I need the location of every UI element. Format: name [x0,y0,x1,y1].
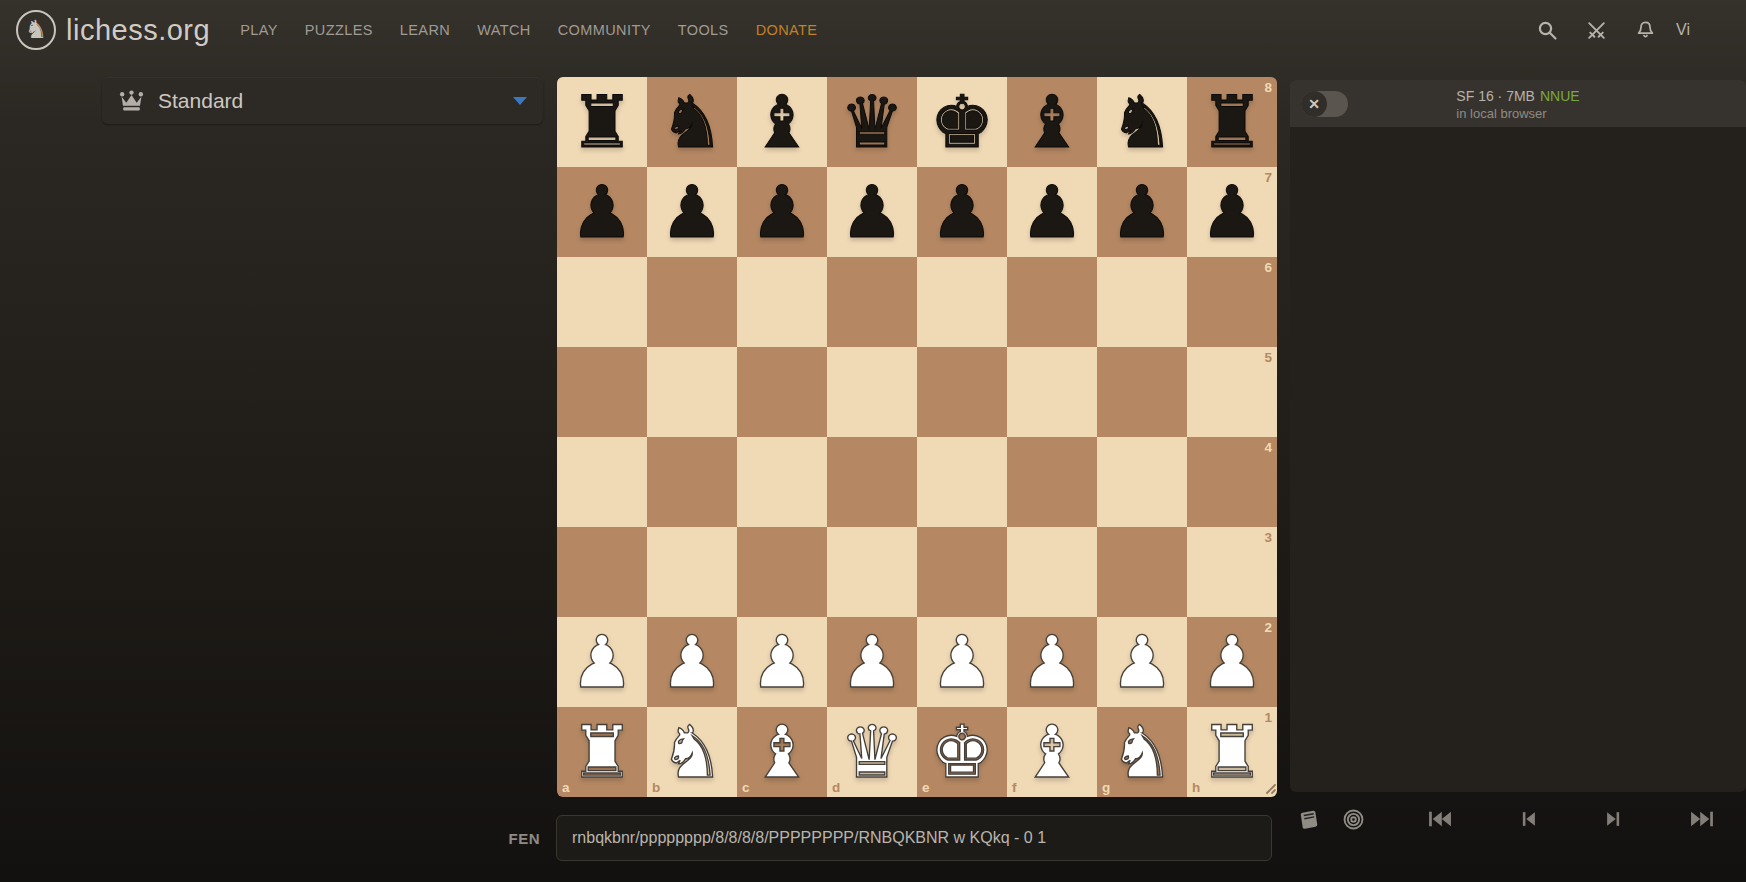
first-move-button[interactable] [1419,805,1461,833]
file-coordinate-f: f [1012,781,1017,795]
square-e7[interactable]: ♟ [917,167,1007,257]
white-pawn[interactable]: ♟ [570,626,635,698]
file-coordinate-e: e [922,781,930,795]
rank-coordinate-2: 2 [1264,621,1272,635]
white-bishop[interactable]: ♝ [750,716,815,788]
black-pawn[interactable]: ♟ [1200,176,1265,248]
white-knight[interactable]: ♞ [660,716,725,788]
black-king[interactable]: ♚ [930,86,995,158]
engine-bar: ✕ SF 16 · 7MBNNUE in local browser [1290,80,1746,127]
file-coordinate-g: g [1102,781,1110,795]
board-resize-handle[interactable] [1261,779,1277,795]
chess-board: ♜♞♝♛♚♝♞♜8♟♟♟♟♟♟♟♟76543♟♟♟♟♟♟♟♟2♜a♞b♝c♛d♚… [557,77,1277,797]
white-pawn[interactable]: ♟ [1020,626,1085,698]
square-c1[interactable]: ♝c [737,707,827,797]
square-c8[interactable]: ♝ [737,77,827,167]
move-jump-buttons [1396,805,1746,833]
black-pawn[interactable]: ♟ [1020,176,1085,248]
black-rook[interactable]: ♜ [1200,86,1265,158]
white-queen[interactable]: ♛ [840,716,905,788]
square-d6[interactable] [827,257,917,347]
square-h6[interactable]: 6 [1187,257,1277,347]
square-a4[interactable] [557,437,647,527]
black-pawn[interactable]: ♟ [930,176,995,248]
square-a5[interactable] [557,347,647,437]
square-h3[interactable]: 3 [1187,527,1277,617]
previous-move-icon [1516,809,1540,829]
first-move-icon [1427,809,1453,829]
square-g6[interactable] [1097,257,1187,347]
move-list [1290,127,1746,792]
black-pawn[interactable]: ♟ [1110,176,1175,248]
square-g5[interactable] [1097,347,1187,437]
analysis-controls [1290,800,1746,838]
square-a2[interactable]: ♟ [557,617,647,707]
rank-coordinate-7: 7 [1264,171,1272,185]
square-g3[interactable] [1097,527,1187,617]
file-coordinate-h: h [1192,781,1200,795]
black-bishop[interactable]: ♝ [1020,86,1085,158]
black-bishop[interactable]: ♝ [750,86,815,158]
square-c6[interactable] [737,257,827,347]
fen-bar: FEN [480,815,1272,861]
square-f6[interactable] [1007,257,1097,347]
square-b8[interactable]: ♞ [647,77,737,167]
rank-coordinate-8: 8 [1264,81,1272,95]
crown-icon [118,89,145,112]
engine-location: in local browser [1456,105,1579,120]
engine-toggle[interactable]: ✕ [1301,91,1348,117]
top-nav: ♞ lichess.org PLAY PUZZLES LEARN WATCH C… [0,0,1746,60]
square-f7[interactable]: ♟ [1007,167,1097,257]
nav-play[interactable]: PLAY [240,22,278,38]
square-g7[interactable]: ♟ [1097,167,1187,257]
white-pawn[interactable]: ♟ [1110,626,1175,698]
square-a1[interactable]: ♜a [557,707,647,797]
rank-coordinate-3: 3 [1264,531,1272,545]
white-pawn[interactable]: ♟ [930,626,995,698]
engine-info: SF 16 · 7MBNNUE in local browser [1456,87,1579,120]
black-rook[interactable]: ♜ [570,86,635,158]
square-e2[interactable]: ♟ [917,617,1007,707]
square-c5[interactable] [737,347,827,437]
white-rook[interactable]: ♜ [570,716,635,788]
square-d8[interactable]: ♛ [827,77,917,167]
square-f5[interactable] [1007,347,1097,437]
nav-community[interactable]: COMMUNITY [558,22,651,38]
last-move-button[interactable] [1681,805,1723,833]
previous-move-button[interactable] [1508,805,1548,833]
file-coordinate-b: b [652,781,660,795]
square-g2[interactable]: ♟ [1097,617,1187,707]
username[interactable]: Vi [1676,21,1746,39]
square-d4[interactable] [827,437,917,527]
square-d3[interactable] [827,527,917,617]
bell-icon[interactable] [1634,19,1657,42]
top-icons [1536,19,1657,42]
square-f3[interactable] [1007,527,1097,617]
square-g4[interactable] [1097,437,1187,527]
nav-puzzles[interactable]: PUZZLES [305,22,373,38]
square-b6[interactable] [647,257,737,347]
nav-donate[interactable]: DONATE [756,22,818,38]
rank-coordinate-4: 4 [1264,441,1272,455]
square-e8[interactable]: ♚ [917,77,1007,167]
square-f2[interactable]: ♟ [1007,617,1097,707]
square-d5[interactable] [827,347,917,437]
square-b4[interactable] [647,437,737,527]
file-coordinate-c: c [742,781,750,795]
square-c3[interactable] [737,527,827,617]
square-f1[interactable]: ♝f [1007,707,1097,797]
square-e5[interactable] [917,347,1007,437]
chevron-down-icon [513,97,527,105]
white-pawn[interactable]: ♟ [660,626,725,698]
nav-learn[interactable]: LEARN [400,22,450,38]
square-c4[interactable] [737,437,827,527]
nav-watch[interactable]: WATCH [477,22,531,38]
fen-input[interactable] [556,815,1272,861]
knight-logo-icon: ♞ [16,10,56,50]
black-pawn[interactable]: ♟ [660,176,725,248]
square-b3[interactable] [647,527,737,617]
square-g8[interactable]: ♞ [1097,77,1187,167]
black-knight[interactable]: ♞ [660,86,725,158]
square-d7[interactable]: ♟ [827,167,917,257]
search-icon[interactable] [1536,19,1559,42]
square-c7[interactable]: ♟ [737,167,827,257]
black-pawn[interactable]: ♟ [750,176,815,248]
square-h8[interactable]: ♜8 [1187,77,1277,167]
white-pawn[interactable]: ♟ [840,626,905,698]
black-knight[interactable]: ♞ [1110,86,1175,158]
square-h4[interactable]: 4 [1187,437,1277,527]
fen-label: FEN [480,830,540,847]
next-move-button[interactable] [1594,805,1634,833]
analysis-panel: ✕ SF 16 · 7MBNNUE in local browser [1290,80,1746,792]
variant-value: Standard [158,89,243,113]
rank-coordinate-1: 1 [1264,711,1272,725]
nav-tools[interactable]: TOOLS [678,22,729,38]
white-pawn[interactable]: ♟ [1200,626,1265,698]
engine-nnue-badge: NNUE [1540,87,1580,103]
square-a8[interactable]: ♜ [557,77,647,167]
square-h5[interactable]: 5 [1187,347,1277,437]
black-pawn[interactable]: ♟ [570,176,635,248]
rank-coordinate-5: 5 [1264,351,1272,365]
variant-select[interactable]: Standard [102,77,543,124]
lichess-logo[interactable]: ♞ lichess.org [16,10,210,50]
square-e3[interactable] [917,527,1007,617]
square-f4[interactable] [1007,437,1097,527]
square-d1[interactable]: ♛d [827,707,917,797]
square-a3[interactable] [557,527,647,617]
square-a6[interactable] [557,257,647,347]
square-h7[interactable]: ♟7 [1187,167,1277,257]
main-nav: PLAY PUZZLES LEARN WATCH COMMUNITY TOOLS… [240,22,817,38]
next-move-icon [1602,809,1626,829]
practice-target-icon[interactable] [1341,807,1366,832]
white-knight[interactable]: ♞ [1110,716,1175,788]
page: ♞ lichess.org PLAY PUZZLES LEARN WATCH C… [0,0,1746,882]
file-coordinate-d: d [832,781,840,795]
white-rook[interactable]: ♜ [1200,716,1265,788]
logo-text[interactable]: lichess.org [66,14,210,47]
white-pawn[interactable]: ♟ [750,626,815,698]
engine-name: SF 16 · 7MB [1456,87,1535,103]
black-queen[interactable]: ♛ [840,86,905,158]
square-e6[interactable] [917,257,1007,347]
black-pawn[interactable]: ♟ [840,176,905,248]
rank-coordinate-6: 6 [1264,261,1272,275]
square-e1[interactable]: ♚e [917,707,1007,797]
engine-toggle-knob: ✕ [1301,91,1327,117]
white-bishop[interactable]: ♝ [1020,716,1085,788]
toggle-off-icon: ✕ [1308,96,1320,112]
crossed-swords-icon[interactable] [1585,19,1608,42]
square-e4[interactable] [917,437,1007,527]
white-king[interactable]: ♚ [930,716,995,788]
opening-book-icon[interactable] [1296,807,1321,832]
square-b2[interactable]: ♟ [647,617,737,707]
square-c2[interactable]: ♟ [737,617,827,707]
square-h2[interactable]: ♟2 [1187,617,1277,707]
square-f8[interactable]: ♝ [1007,77,1097,167]
square-b7[interactable]: ♟ [647,167,737,257]
file-coordinate-a: a [562,781,570,795]
square-b1[interactable]: ♞b [647,707,737,797]
last-move-icon [1689,809,1715,829]
square-d2[interactable]: ♟ [827,617,917,707]
square-b5[interactable] [647,347,737,437]
square-a7[interactable]: ♟ [557,167,647,257]
square-g1[interactable]: ♞g [1097,707,1187,797]
